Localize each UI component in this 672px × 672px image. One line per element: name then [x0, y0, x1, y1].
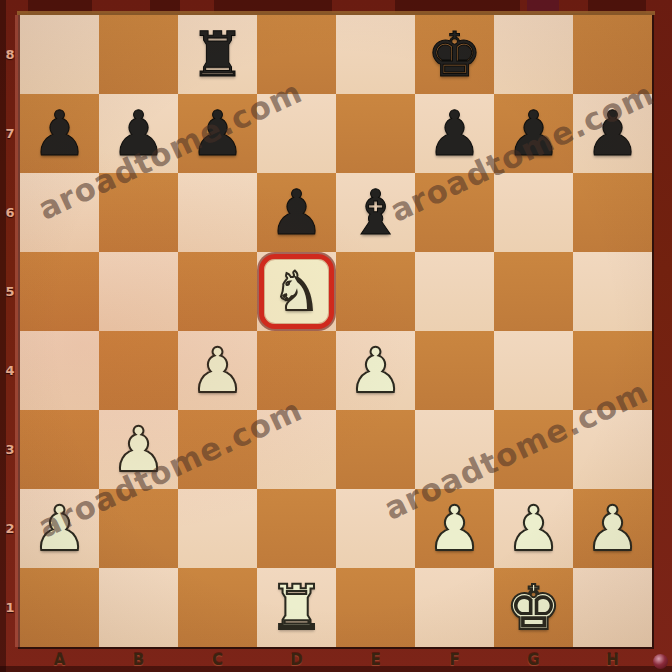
square-d3 [257, 410, 336, 489]
corner-dot-decoration [653, 654, 668, 669]
square-g3 [494, 410, 573, 489]
rank-label-5: 5 [0, 252, 20, 331]
square-f1 [415, 568, 494, 647]
square-f5 [415, 252, 494, 331]
black-pawn-h7: ♟ [585, 103, 641, 165]
file-labels: ABCDEFGH [20, 647, 652, 672]
black-pawn-g7: ♟ [506, 103, 562, 165]
square-b8 [99, 15, 178, 94]
square-d6: ♟ [257, 173, 336, 252]
square-g4 [494, 331, 573, 410]
square-c4: ♟ [178, 331, 257, 410]
white-king-g1: ♚ [506, 577, 562, 639]
white-pawn-a2: ♟ [32, 498, 88, 560]
square-e4: ♟ [336, 331, 415, 410]
square-h1 [573, 568, 652, 647]
square-b2 [99, 489, 178, 568]
black-pawn-f7: ♟ [427, 103, 483, 165]
square-d1: ♜ [257, 568, 336, 647]
square-g1: ♚ [494, 568, 573, 647]
file-label-c: C [178, 647, 257, 672]
square-c1 [178, 568, 257, 647]
rank-label-2: 2 [0, 489, 20, 568]
square-f2: ♟ [415, 489, 494, 568]
chess-diagram: ♜♚♟♟♟♟♟♟♟♝♞♟♟♟♟♟♟♟♜♚ 87654321 ABCDEFGH a… [0, 0, 672, 672]
rank-label-8: 8 [0, 15, 20, 94]
rank-label-7: 7 [0, 94, 20, 173]
square-f6 [415, 173, 494, 252]
rank-label-1: 1 [0, 568, 20, 647]
square-d7 [257, 94, 336, 173]
square-d2 [257, 489, 336, 568]
square-b6 [99, 173, 178, 252]
black-rook-c8: ♜ [190, 24, 246, 86]
square-f4 [415, 331, 494, 410]
square-b7: ♟ [99, 94, 178, 173]
square-h5 [573, 252, 652, 331]
square-h3 [573, 410, 652, 489]
square-g5 [494, 252, 573, 331]
black-pawn-c7: ♟ [190, 103, 246, 165]
square-a8 [20, 15, 99, 94]
square-e3 [336, 410, 415, 489]
square-a6 [20, 173, 99, 252]
rank-labels: 87654321 [0, 15, 20, 647]
black-pawn-b7: ♟ [111, 103, 167, 165]
square-a4 [20, 331, 99, 410]
square-h7: ♟ [573, 94, 652, 173]
square-c6 [178, 173, 257, 252]
file-label-e: E [336, 647, 415, 672]
file-label-a: A [20, 647, 99, 672]
square-e6: ♝ [336, 173, 415, 252]
square-h2: ♟ [573, 489, 652, 568]
rank-label-4: 4 [0, 331, 20, 410]
white-pawn-f2: ♟ [427, 498, 483, 560]
board-top-edge-highlight [17, 11, 655, 15]
square-e5 [336, 252, 415, 331]
white-knight-d5: ♞ [272, 265, 320, 319]
square-a2: ♟ [20, 489, 99, 568]
square-b1 [99, 568, 178, 647]
square-b3: ♟ [99, 410, 178, 489]
file-label-g: G [494, 647, 573, 672]
rank-label-6: 6 [0, 173, 20, 252]
square-b4 [99, 331, 178, 410]
square-h4 [573, 331, 652, 410]
file-label-h: H [573, 647, 652, 672]
square-c7: ♟ [178, 94, 257, 173]
square-a1 [20, 568, 99, 647]
file-label-b: B [99, 647, 178, 672]
square-e7 [336, 94, 415, 173]
white-rook-d1: ♜ [269, 577, 325, 639]
square-a7: ♟ [20, 94, 99, 173]
square-d4 [257, 331, 336, 410]
square-a5 [20, 252, 99, 331]
square-e2 [336, 489, 415, 568]
black-pawn-d6: ♟ [269, 182, 325, 244]
square-g6 [494, 173, 573, 252]
file-label-f: F [415, 647, 494, 672]
square-g2: ♟ [494, 489, 573, 568]
white-pawn-b3: ♟ [111, 419, 167, 481]
white-pawn-c4: ♟ [190, 340, 246, 402]
chess-board: ♜♚♟♟♟♟♟♟♟♝♞♟♟♟♟♟♟♟♜♚ [20, 15, 652, 647]
square-d8 [257, 15, 336, 94]
black-pawn-a7: ♟ [32, 103, 88, 165]
square-e8 [336, 15, 415, 94]
square-e1 [336, 568, 415, 647]
square-g8 [494, 15, 573, 94]
square-c3 [178, 410, 257, 489]
black-bishop-e6: ♝ [348, 182, 404, 244]
square-h6 [573, 173, 652, 252]
white-pawn-g2: ♟ [506, 498, 562, 560]
square-f3 [415, 410, 494, 489]
black-king-f8: ♚ [427, 24, 483, 86]
file-label-d: D [257, 647, 336, 672]
square-g7: ♟ [494, 94, 573, 173]
white-pawn-e4: ♟ [348, 340, 404, 402]
square-b5 [99, 252, 178, 331]
square-c2 [178, 489, 257, 568]
square-h8 [573, 15, 652, 94]
square-d5: ♞ [257, 252, 336, 331]
square-c8: ♜ [178, 15, 257, 94]
square-f8: ♚ [415, 15, 494, 94]
square-f7: ♟ [415, 94, 494, 173]
square-c5 [178, 252, 257, 331]
square-a3 [20, 410, 99, 489]
white-pawn-h2: ♟ [585, 498, 641, 560]
rank-label-3: 3 [0, 410, 20, 489]
